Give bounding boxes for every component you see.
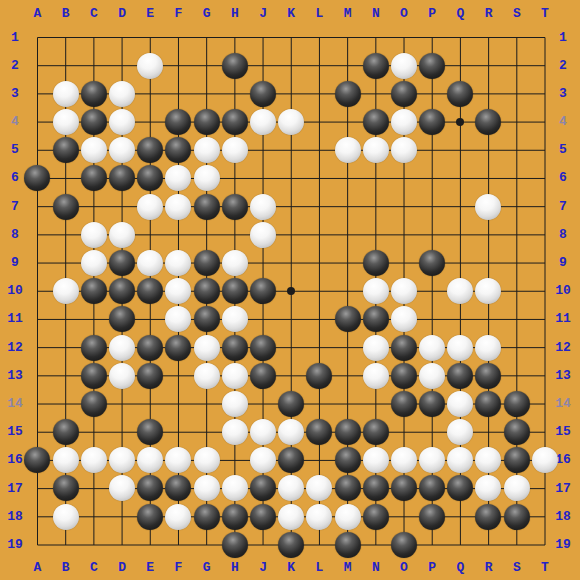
stone-black-C14	[81, 391, 107, 417]
stone-white-R7	[475, 194, 501, 220]
col-label-bottom-G: G	[193, 559, 221, 577]
stone-white-G13	[194, 363, 220, 389]
stone-black-E13	[137, 363, 163, 389]
col-label-top-L: L	[305, 5, 333, 23]
col-label-bottom-R: R	[475, 559, 503, 577]
stone-white-F9	[165, 250, 191, 276]
col-label-top-G: G	[193, 5, 221, 23]
col-label-top-C: C	[80, 5, 108, 23]
stone-white-C9	[81, 250, 107, 276]
stone-black-H19	[222, 532, 248, 558]
stone-black-P18	[419, 504, 445, 530]
stone-black-B15	[53, 419, 79, 445]
stone-white-K17	[278, 475, 304, 501]
col-label-top-K: K	[277, 5, 305, 23]
stone-white-O16	[391, 447, 417, 473]
col-label-bottom-H: H	[221, 559, 249, 577]
stone-black-L15	[306, 419, 332, 445]
stone-black-B5	[53, 137, 79, 163]
stone-black-A16	[24, 447, 50, 473]
stone-white-F16	[165, 447, 191, 473]
stone-black-F5	[165, 137, 191, 163]
stone-white-J7	[250, 194, 276, 220]
stone-white-B18	[53, 504, 79, 530]
stone-white-M5	[335, 137, 361, 163]
stone-black-O12	[391, 335, 417, 361]
stone-black-O3	[391, 81, 417, 107]
stone-black-G10	[194, 278, 220, 304]
stone-black-N17	[363, 475, 389, 501]
stone-black-C10	[81, 278, 107, 304]
stone-white-O11	[391, 306, 417, 332]
stone-black-G9	[194, 250, 220, 276]
stone-black-Q13	[447, 363, 473, 389]
stone-black-P2	[419, 53, 445, 79]
stone-black-O17	[391, 475, 417, 501]
stone-white-G16	[194, 447, 220, 473]
stone-black-D9	[109, 250, 135, 276]
stone-black-N15	[363, 419, 389, 445]
stone-white-R16	[475, 447, 501, 473]
stone-white-Q12	[447, 335, 473, 361]
stone-white-H9	[222, 250, 248, 276]
col-label-bottom-C: C	[80, 559, 108, 577]
stone-white-O4	[391, 109, 417, 135]
stone-black-A6	[24, 165, 50, 191]
stone-white-G12	[194, 335, 220, 361]
stone-black-P14	[419, 391, 445, 417]
stone-white-B16	[53, 447, 79, 473]
stone-white-H14	[222, 391, 248, 417]
stone-black-E15	[137, 419, 163, 445]
stone-black-G11	[194, 306, 220, 332]
stone-black-G7	[194, 194, 220, 220]
stone-white-H5	[222, 137, 248, 163]
stone-white-D3	[109, 81, 135, 107]
stone-black-O19	[391, 532, 417, 558]
col-label-top-J: J	[249, 5, 277, 23]
stone-black-N11	[363, 306, 389, 332]
stone-white-D8	[109, 222, 135, 248]
stone-white-H13	[222, 363, 248, 389]
stone-black-H18	[222, 504, 248, 530]
stone-white-E7	[137, 194, 163, 220]
stone-black-N18	[363, 504, 389, 530]
stone-black-K14	[278, 391, 304, 417]
stone-white-F6	[165, 165, 191, 191]
stone-white-H17	[222, 475, 248, 501]
stone-white-G17	[194, 475, 220, 501]
stone-black-N9	[363, 250, 389, 276]
stone-white-C8	[81, 222, 107, 248]
stone-white-H11	[222, 306, 248, 332]
stone-black-S18	[504, 504, 530, 530]
stone-black-S15	[504, 419, 530, 445]
stone-white-F10	[165, 278, 191, 304]
stone-black-D11	[109, 306, 135, 332]
stone-black-F12	[165, 335, 191, 361]
stone-black-O14	[391, 391, 417, 417]
stone-black-M16	[335, 447, 361, 473]
stone-black-M17	[335, 475, 361, 501]
stone-white-P16	[419, 447, 445, 473]
stone-white-C5	[81, 137, 107, 163]
stone-white-B10	[53, 278, 79, 304]
stones-layer[interactable]	[23, 23, 559, 559]
stone-white-Q15	[447, 419, 473, 445]
stone-white-O2	[391, 53, 417, 79]
stone-white-D12	[109, 335, 135, 361]
stone-black-P4	[419, 109, 445, 135]
stone-white-F11	[165, 306, 191, 332]
stone-white-N12	[363, 335, 389, 361]
stone-black-O13	[391, 363, 417, 389]
stone-white-P13	[419, 363, 445, 389]
stone-black-J17	[250, 475, 276, 501]
stone-white-Q16	[447, 447, 473, 473]
stone-black-H12	[222, 335, 248, 361]
stone-black-L13	[306, 363, 332, 389]
col-label-top-D: D	[108, 5, 136, 23]
stone-white-R12	[475, 335, 501, 361]
stone-black-C3	[81, 81, 107, 107]
stone-black-S16	[504, 447, 530, 473]
col-label-bottom-T: T	[531, 559, 559, 577]
stone-black-N4	[363, 109, 389, 135]
stone-white-S17	[504, 475, 530, 501]
stone-black-F4	[165, 109, 191, 135]
stone-white-E2	[137, 53, 163, 79]
stone-black-H4	[222, 109, 248, 135]
stone-white-C16	[81, 447, 107, 473]
col-label-bottom-N: N	[362, 559, 390, 577]
stone-black-S14	[504, 391, 530, 417]
col-label-bottom-Q: Q	[446, 559, 474, 577]
stone-white-K18	[278, 504, 304, 530]
col-label-bottom-S: S	[503, 559, 531, 577]
stone-black-K19	[278, 532, 304, 558]
stone-black-E12	[137, 335, 163, 361]
stone-white-Q14	[447, 391, 473, 417]
stone-white-J4	[250, 109, 276, 135]
stone-black-Q17	[447, 475, 473, 501]
stone-black-J13	[250, 363, 276, 389]
stone-white-D4	[109, 109, 135, 135]
stone-black-E5	[137, 137, 163, 163]
stone-black-P9	[419, 250, 445, 276]
col-label-top-B: B	[52, 5, 80, 23]
stone-white-T16	[532, 447, 558, 473]
col-label-top-H: H	[221, 5, 249, 23]
col-label-bottom-D: D	[108, 559, 136, 577]
stone-black-R14	[475, 391, 501, 417]
col-label-bottom-O: O	[390, 559, 418, 577]
stone-black-R4	[475, 109, 501, 135]
stone-white-B3	[53, 81, 79, 107]
stone-black-J10	[250, 278, 276, 304]
stone-black-N2	[363, 53, 389, 79]
col-label-bottom-M: M	[334, 559, 362, 577]
stone-white-J15	[250, 419, 276, 445]
stone-black-D10	[109, 278, 135, 304]
stone-black-E17	[137, 475, 163, 501]
col-label-bottom-P: P	[418, 559, 446, 577]
stone-white-G5	[194, 137, 220, 163]
stone-white-L17	[306, 475, 332, 501]
col-label-top-M: M	[334, 5, 362, 23]
stone-black-E10	[137, 278, 163, 304]
stone-black-H7	[222, 194, 248, 220]
stone-black-B7	[53, 194, 79, 220]
stone-black-J18	[250, 504, 276, 530]
col-label-top-S: S	[503, 5, 531, 23]
stone-black-K16	[278, 447, 304, 473]
col-label-bottom-B: B	[52, 559, 80, 577]
stone-black-C4	[81, 109, 107, 135]
stone-white-R17	[475, 475, 501, 501]
col-label-bottom-E: E	[136, 559, 164, 577]
stone-white-R10	[475, 278, 501, 304]
col-label-bottom-K: K	[277, 559, 305, 577]
col-label-top-R: R	[475, 5, 503, 23]
stone-black-C12	[81, 335, 107, 361]
stone-white-K15	[278, 419, 304, 445]
stone-white-O10	[391, 278, 417, 304]
col-label-top-O: O	[390, 5, 418, 23]
col-label-top-E: E	[136, 5, 164, 23]
stone-white-D16	[109, 447, 135, 473]
col-label-bottom-A: A	[24, 559, 52, 577]
stone-white-N13	[363, 363, 389, 389]
stone-black-D6	[109, 165, 135, 191]
stone-black-M3	[335, 81, 361, 107]
stone-white-K4	[278, 109, 304, 135]
stone-white-B4	[53, 109, 79, 135]
stone-white-O5	[391, 137, 417, 163]
stone-white-E9	[137, 250, 163, 276]
stone-black-J3	[250, 81, 276, 107]
stone-white-N16	[363, 447, 389, 473]
stone-white-F18	[165, 504, 191, 530]
stone-black-F17	[165, 475, 191, 501]
stone-black-G4	[194, 109, 220, 135]
col-label-top-T: T	[531, 5, 559, 23]
stone-black-P17	[419, 475, 445, 501]
stone-black-E6	[137, 165, 163, 191]
stone-white-G6	[194, 165, 220, 191]
stone-black-M11	[335, 306, 361, 332]
col-label-top-P: P	[418, 5, 446, 23]
col-label-bottom-L: L	[305, 559, 333, 577]
col-label-top-F: F	[164, 5, 192, 23]
col-label-bottom-F: F	[164, 559, 192, 577]
stone-white-D17	[109, 475, 135, 501]
stone-black-M19	[335, 532, 361, 558]
stone-white-D5	[109, 137, 135, 163]
col-label-bottom-J: J	[249, 559, 277, 577]
stone-black-H2	[222, 53, 248, 79]
go-board: AABBCCDDEEFFGGHHJJKKLLMMNNOOPPQQRRSSTT11…	[0, 0, 580, 580]
stone-black-G18	[194, 504, 220, 530]
stone-white-N5	[363, 137, 389, 163]
col-label-top-N: N	[362, 5, 390, 23]
stone-black-Q3	[447, 81, 473, 107]
stone-white-M18	[335, 504, 361, 530]
stone-white-N10	[363, 278, 389, 304]
stone-black-H10	[222, 278, 248, 304]
stone-white-J16	[250, 447, 276, 473]
stone-black-C13	[81, 363, 107, 389]
stone-white-P12	[419, 335, 445, 361]
stone-white-J8	[250, 222, 276, 248]
stone-white-F7	[165, 194, 191, 220]
stone-black-B17	[53, 475, 79, 501]
stone-white-E16	[137, 447, 163, 473]
stone-black-E18	[137, 504, 163, 530]
stone-black-C6	[81, 165, 107, 191]
stone-black-R13	[475, 363, 501, 389]
stone-black-R18	[475, 504, 501, 530]
stone-black-J12	[250, 335, 276, 361]
stone-black-M15	[335, 419, 361, 445]
stone-white-L18	[306, 504, 332, 530]
stone-white-Q10	[447, 278, 473, 304]
stone-white-D13	[109, 363, 135, 389]
col-label-top-Q: Q	[446, 5, 474, 23]
stone-white-H15	[222, 419, 248, 445]
col-label-top-A: A	[24, 5, 52, 23]
